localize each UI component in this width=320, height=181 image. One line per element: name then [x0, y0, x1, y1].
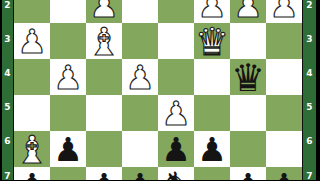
rank-label-right-5: 5: [303, 103, 316, 112]
square-g3: [50, 23, 86, 59]
rank-label-left-6: 6: [2, 137, 13, 146]
square-b3: [230, 23, 266, 59]
square-c4: [194, 59, 230, 95]
square-g4: ♟: [50, 59, 86, 95]
white-pawn: ♟: [53, 60, 83, 96]
black-knight: ♞: [159, 168, 193, 180]
square-c6: ♟: [194, 131, 230, 167]
rank-label-left-3: 3: [2, 35, 13, 44]
square-e6: [122, 131, 158, 167]
square-d4: [158, 59, 194, 95]
square-d5: ♟: [158, 95, 194, 131]
square-a7: ♟: [266, 167, 302, 180]
square-d6: ♟: [158, 131, 194, 167]
square-h3: ♟: [14, 23, 50, 59]
chess-board: ♟♟♟♟♟♝♛♟♟♛♟♝♟♟♟♟♟♟♞♟♟: [14, 0, 302, 180]
black-pawn: ♟: [233, 168, 263, 180]
rank-label-left-4: 4: [2, 69, 13, 78]
white-pawn: ♟: [17, 24, 47, 60]
black-pawn: ♟: [125, 168, 155, 180]
square-e5: [122, 95, 158, 131]
square-f5: [86, 95, 122, 131]
rank-label-right-3: 3: [303, 35, 316, 44]
square-b7: ♟: [230, 167, 266, 180]
square-h2: [14, 0, 50, 23]
white-pawn: ♟: [269, 0, 299, 24]
square-e2: [122, 0, 158, 23]
square-a3: [266, 23, 302, 59]
black-queen: ♛: [231, 60, 265, 96]
white-pawn: ♟: [233, 0, 263, 24]
square-f4: [86, 59, 122, 95]
square-c5: [194, 95, 230, 131]
square-e7: ♟: [122, 167, 158, 180]
square-e4: ♟: [122, 59, 158, 95]
square-b4: ♛: [230, 59, 266, 95]
square-d2: [158, 0, 194, 23]
white-bishop: ♝: [15, 132, 49, 168]
square-h4: [14, 59, 50, 95]
rank-label-left-5: 5: [2, 103, 13, 112]
rank-label-right-6: 6: [303, 137, 316, 146]
chess-video-frame: 234567 ♟♟♟♟♟♝♛♟♟♛♟♝♟♟♟♟♟♟♞♟♟ 234567: [0, 0, 320, 180]
white-bishop: ♝: [87, 24, 121, 60]
rank-label-right-4: 4: [303, 69, 316, 78]
black-pawn: ♟: [197, 132, 227, 168]
square-h6: ♝: [14, 131, 50, 167]
square-g2: [50, 0, 86, 23]
black-pawn: ♟: [17, 168, 47, 180]
black-pawn: ♟: [53, 132, 83, 168]
white-queen: ♛: [195, 24, 229, 60]
square-b2: ♟: [230, 0, 266, 23]
black-pawn: ♟: [161, 132, 191, 168]
square-h5: [14, 95, 50, 131]
rank-label-left-7: 7: [2, 172, 13, 181]
gutter-right: 234567: [303, 0, 316, 180]
square-b5: [230, 95, 266, 131]
square-a4: [266, 59, 302, 95]
square-g6: ♟: [50, 131, 86, 167]
square-f7: ♟: [86, 167, 122, 180]
black-pawn: ♟: [269, 168, 299, 180]
gutter-left: 234567: [2, 0, 13, 180]
white-pawn: ♟: [125, 60, 155, 96]
rank-label-left-2: 2: [2, 1, 13, 10]
rank-label-right-7: 7: [303, 172, 316, 181]
square-a5: [266, 95, 302, 131]
square-a2: ♟: [266, 0, 302, 23]
square-g5: [50, 95, 86, 131]
square-f3: ♝: [86, 23, 122, 59]
white-pawn: ♟: [161, 96, 191, 132]
square-d3: [158, 23, 194, 59]
black-pawn: ♟: [89, 168, 119, 180]
square-e3: [122, 23, 158, 59]
square-c3: ♛: [194, 23, 230, 59]
rank-label-right-2: 2: [303, 1, 316, 10]
square-f6: [86, 131, 122, 167]
square-a6: [266, 131, 302, 167]
square-h7: ♟: [14, 167, 50, 180]
square-d7: ♞: [158, 167, 194, 180]
square-b6: [230, 131, 266, 167]
